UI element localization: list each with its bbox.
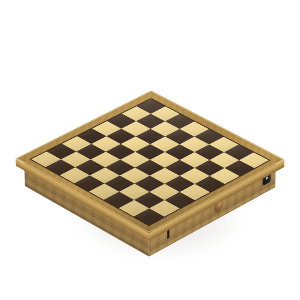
cell-r7c4 bbox=[90, 167, 120, 183]
scene bbox=[0, 0, 300, 300]
cell-r7c7 bbox=[134, 192, 164, 208]
cell-r4c6 bbox=[165, 160, 195, 176]
cell-r6c5 bbox=[120, 168, 150, 184]
cell-r8c4 bbox=[74, 175, 104, 191]
cell-r6c6 bbox=[135, 176, 165, 192]
cell-r6c4 bbox=[105, 160, 135, 176]
cell-r8c6 bbox=[104, 192, 134, 208]
board-frame bbox=[16, 91, 285, 234]
cell-r7c6 bbox=[119, 184, 149, 200]
cell-r8c3 bbox=[60, 167, 90, 183]
cell-r8c8 bbox=[134, 208, 165, 225]
cell-r4c7 bbox=[180, 168, 210, 184]
cell-r7c3 bbox=[75, 159, 105, 175]
cell-r7c5 bbox=[104, 176, 134, 192]
product-photo bbox=[0, 0, 300, 300]
cell-r6c8 bbox=[165, 192, 195, 208]
cell-r8c5 bbox=[89, 183, 119, 199]
cell-r5c5 bbox=[135, 160, 165, 176]
cell-r2c8 bbox=[224, 160, 254, 176]
cell-r4c8 bbox=[195, 176, 225, 192]
cell-r3c8 bbox=[210, 168, 240, 184]
cell-r8c7 bbox=[119, 200, 150, 217]
cell-r6c7 bbox=[149, 184, 179, 200]
cell-r5c7 bbox=[165, 176, 195, 192]
cell-r5c8 bbox=[180, 184, 210, 200]
cell-r5c6 bbox=[150, 168, 180, 184]
cell-r7c8 bbox=[149, 200, 180, 217]
cell-r3c7 bbox=[195, 160, 225, 176]
chess-box bbox=[16, 91, 285, 234]
